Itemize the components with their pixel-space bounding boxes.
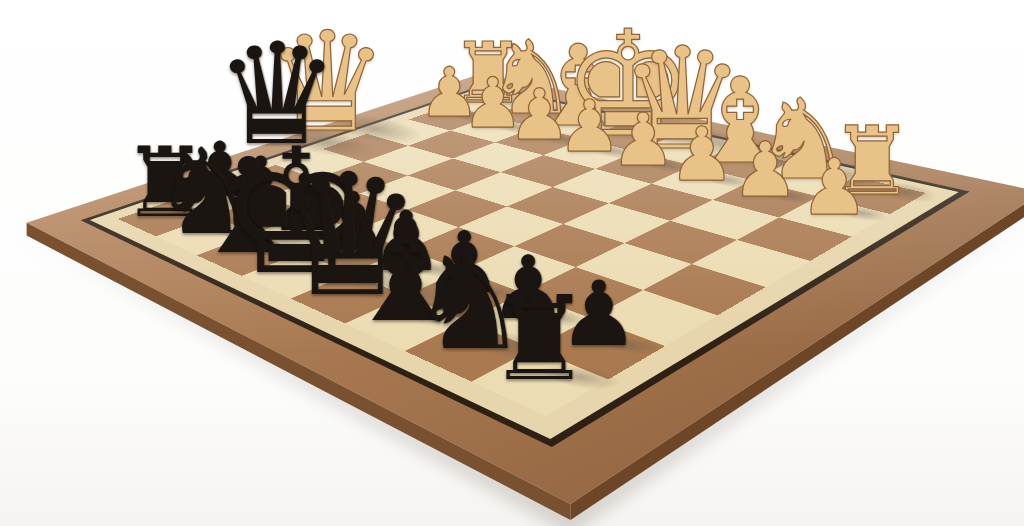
chess-set-photo: ♜♞♝♛♚♝♞♜♟♟♟♟♟♟♟♟♟♟♟♟♟♟♟♟♜♞♝♛♚♝♞♜♛♛ [0,0,1024,526]
chess-pieces-layer: ♜♞♝♛♚♝♞♜♟♟♟♟♟♟♟♟♟♟♟♟♟♟♟♟♜♞♝♛♚♝♞♜♛♛ [0,0,1024,526]
white-pawn: ♟ [800,149,869,227]
white-pawn: ♟ [668,118,735,192]
white-pawn: ♟ [611,104,676,177]
black-rook: ♜ [487,280,591,396]
white-pawn: ♟ [731,133,799,209]
